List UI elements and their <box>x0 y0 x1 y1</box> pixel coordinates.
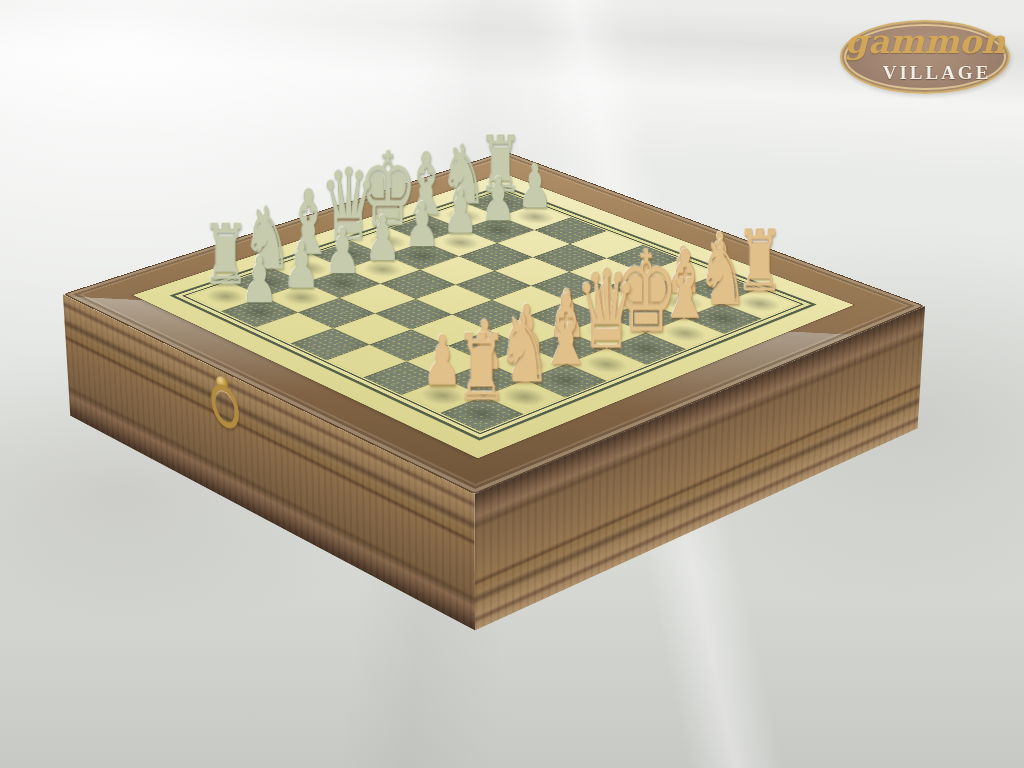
piece-black-pawn-g7[interactable]: ♟ <box>481 169 516 229</box>
piece-black-pawn-h7[interactable]: ♟ <box>518 157 552 217</box>
logo-text-gammon: gammon <box>842 22 1008 62</box>
logo-text-village: VILLAGE <box>870 62 1004 84</box>
piece-black-pawn-b7[interactable]: ♟ <box>283 234 320 298</box>
brass-ring-pull[interactable] <box>205 372 239 428</box>
logo-oval: gammon VILLAGE <box>840 20 1010 94</box>
piece-black-pawn-a7[interactable]: ♟ <box>241 247 278 312</box>
photo-scene: gammon VILLAGE ♜♟♟♜♞♟♟♞♝♟♟♝♚♟♟♚♛♟♟♛♝♟♟♝♞… <box>0 0 1024 768</box>
gammonvillage-logo: gammon VILLAGE <box>840 20 1010 94</box>
ring-pull-loop-icon <box>209 381 242 433</box>
chess-board: ♜♟♟♜♞♟♟♞♝♟♟♝♚♟♟♚♛♟♟♛♝♟♟♝♞♟♟♞♜♟♟♜ <box>188 191 799 432</box>
walnut-chess-case: ♜♟♟♜♞♟♟♞♝♟♟♝♚♟♟♚♛♟♟♛♝♟♟♝♞♟♟♞♜♟♟♜ <box>63 151 925 494</box>
piece-black-pawn-d7[interactable]: ♟ <box>365 207 401 269</box>
piece-black-pawn-e7[interactable]: ♟ <box>404 194 439 256</box>
piece-black-pawn-f7[interactable]: ♟ <box>443 181 478 242</box>
piece-white-rook-a1[interactable]: ♜ <box>456 322 509 413</box>
chess-case-3d-scene: ♜♟♟♜♞♟♟♞♝♟♟♝♚♟♟♚♛♟♟♛♝♟♟♝♞♟♟♞♜♟♟♜ <box>0 0 1024 768</box>
square-a7[interactable]: ♟ <box>221 297 298 327</box>
piece-black-pawn-c7[interactable]: ♟ <box>325 220 361 283</box>
